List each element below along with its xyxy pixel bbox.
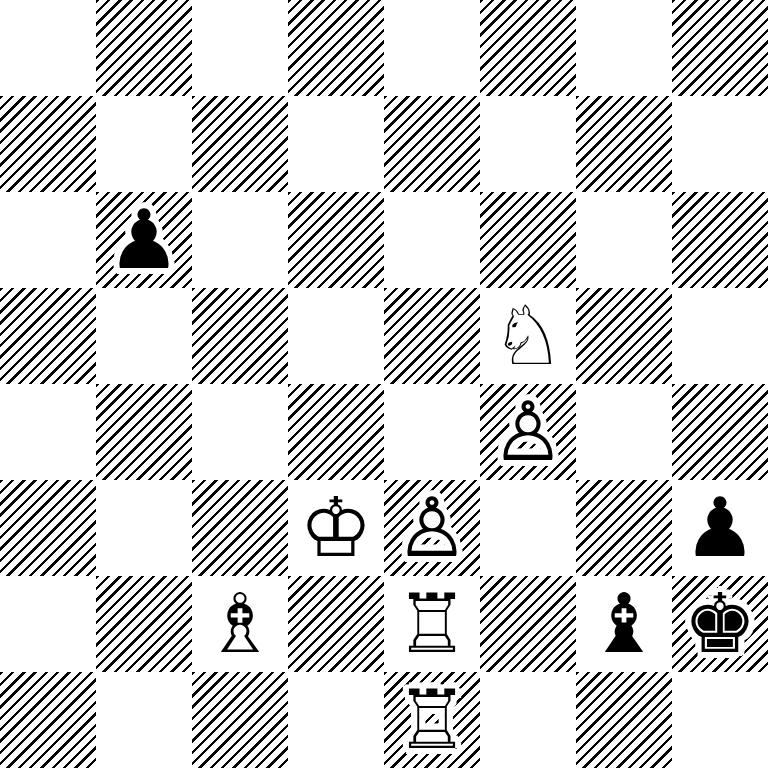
square-f2[interactable] xyxy=(480,576,576,672)
square-f6[interactable] xyxy=(480,192,576,288)
square-e8[interactable] xyxy=(384,0,480,96)
black-bishop: ♝ xyxy=(587,576,661,672)
square-g1[interactable] xyxy=(576,672,672,768)
square-d6[interactable] xyxy=(288,192,384,288)
square-b2[interactable] xyxy=(96,576,192,672)
square-c7[interactable] xyxy=(192,96,288,192)
square-g4[interactable] xyxy=(576,384,672,480)
square-a7[interactable] xyxy=(0,96,96,192)
square-f3[interactable] xyxy=(480,480,576,576)
square-g6[interactable] xyxy=(576,192,672,288)
square-b7[interactable] xyxy=(96,96,192,192)
square-g5[interactable] xyxy=(576,288,672,384)
square-a2[interactable] xyxy=(0,576,96,672)
square-d3[interactable]: ♔ xyxy=(288,480,384,576)
square-g3[interactable] xyxy=(576,480,672,576)
square-e2[interactable]: ♖ xyxy=(384,576,480,672)
square-e4[interactable] xyxy=(384,384,480,480)
square-e1[interactable]: ♖ xyxy=(384,672,480,768)
square-a5[interactable] xyxy=(0,288,96,384)
square-c6[interactable] xyxy=(192,192,288,288)
square-h6[interactable] xyxy=(672,192,768,288)
white-pawn: ♙ xyxy=(395,480,469,576)
square-d4[interactable] xyxy=(288,384,384,480)
square-f1[interactable] xyxy=(480,672,576,768)
square-b1[interactable] xyxy=(96,672,192,768)
square-b5[interactable] xyxy=(96,288,192,384)
square-g8[interactable] xyxy=(576,0,672,96)
square-h5[interactable] xyxy=(672,288,768,384)
square-f8[interactable] xyxy=(480,0,576,96)
square-e3[interactable]: ♙ xyxy=(384,480,480,576)
square-c5[interactable] xyxy=(192,288,288,384)
square-c3[interactable] xyxy=(192,480,288,576)
square-b3[interactable] xyxy=(96,480,192,576)
black-pawn: ♟ xyxy=(683,480,757,576)
square-d7[interactable] xyxy=(288,96,384,192)
square-a6[interactable] xyxy=(0,192,96,288)
square-h4[interactable] xyxy=(672,384,768,480)
square-h3[interactable]: ♟ xyxy=(672,480,768,576)
square-f5[interactable]: ♘ xyxy=(480,288,576,384)
square-g7[interactable] xyxy=(576,96,672,192)
square-e6[interactable] xyxy=(384,192,480,288)
square-d5[interactable] xyxy=(288,288,384,384)
white-rook: ♖ xyxy=(395,576,469,672)
square-c8[interactable] xyxy=(192,0,288,96)
square-h1[interactable] xyxy=(672,672,768,768)
square-a3[interactable] xyxy=(0,480,96,576)
square-d1[interactable] xyxy=(288,672,384,768)
chess-board: ♟♘♙♔♙♟♗♖♝♚♖ xyxy=(0,0,768,768)
square-b4[interactable] xyxy=(96,384,192,480)
square-a4[interactable] xyxy=(0,384,96,480)
black-pawn: ♟ xyxy=(107,192,181,288)
square-a1[interactable] xyxy=(0,672,96,768)
square-g2[interactable]: ♝ xyxy=(576,576,672,672)
square-h7[interactable] xyxy=(672,96,768,192)
square-a8[interactable] xyxy=(0,0,96,96)
white-king: ♔ xyxy=(299,480,373,576)
square-b8[interactable] xyxy=(96,0,192,96)
square-f7[interactable] xyxy=(480,96,576,192)
white-rook: ♖ xyxy=(395,672,469,768)
square-e5[interactable] xyxy=(384,288,480,384)
white-bishop: ♗ xyxy=(203,576,277,672)
square-c2[interactable]: ♗ xyxy=(192,576,288,672)
square-c4[interactable] xyxy=(192,384,288,480)
white-knight: ♘ xyxy=(491,288,565,384)
square-h8[interactable] xyxy=(672,0,768,96)
white-pawn: ♙ xyxy=(491,384,565,480)
square-b6[interactable]: ♟ xyxy=(96,192,192,288)
square-h2[interactable]: ♚ xyxy=(672,576,768,672)
black-king: ♚ xyxy=(683,576,757,672)
square-d8[interactable] xyxy=(288,0,384,96)
square-d2[interactable] xyxy=(288,576,384,672)
square-f4[interactable]: ♙ xyxy=(480,384,576,480)
square-e7[interactable] xyxy=(384,96,480,192)
square-c1[interactable] xyxy=(192,672,288,768)
